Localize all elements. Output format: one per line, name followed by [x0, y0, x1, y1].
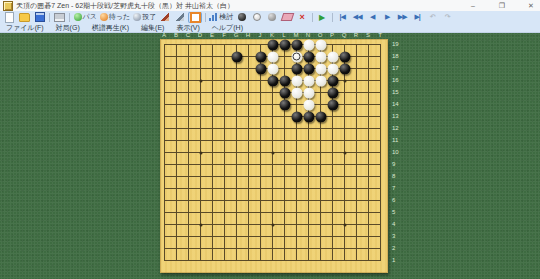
printer-icon [54, 13, 65, 22]
redo-arrow-icon: ↷ [445, 13, 450, 21]
black-stone-N13[interactable] [303, 111, 314, 122]
hoshi-point [271, 151, 274, 154]
gray-stone-icon [268, 13, 276, 21]
coord-number-19: 19 [392, 41, 399, 47]
white-stone-icon [253, 13, 261, 21]
gray-ball-icon [133, 13, 141, 21]
redo-arrow-button[interactable]: ↷ [440, 12, 454, 23]
coord-letter-G: G [234, 32, 239, 38]
white-stone-P17[interactable] [327, 63, 338, 74]
coord-letter-F: F [222, 32, 226, 38]
toolbar-separator [69, 13, 70, 22]
hoshi-point [343, 151, 346, 154]
stone-mode-button[interactable] [188, 12, 202, 23]
new-button[interactable] [3, 12, 17, 23]
hoshi-point [199, 79, 202, 82]
coord-number-16: 16 [392, 77, 399, 83]
grid-line [164, 200, 381, 201]
white-stone-tool[interactable] [250, 12, 264, 23]
coord-number-10: 10 [392, 149, 399, 155]
nav-prev-icon: ◀ [370, 13, 374, 21]
undo-arrow-icon: ↶ [430, 13, 435, 21]
pass-button-label: パス [83, 12, 97, 22]
hoshi-point [199, 151, 202, 154]
toolbar-separator [205, 13, 206, 22]
black-stone-P14[interactable] [327, 99, 338, 110]
coord-letter-D: D [198, 32, 202, 38]
black-stone-N18[interactable] [303, 51, 314, 62]
black-stone-M13[interactable] [291, 111, 302, 122]
takeback-button-label: 待った [109, 12, 130, 22]
coord-number-8: 8 [392, 173, 395, 179]
black-stone-N17[interactable] [303, 63, 314, 74]
coord-letter-O: O [318, 32, 323, 38]
grid-line [368, 44, 369, 261]
black-stone-L15[interactable] [279, 87, 290, 98]
white-stone-K18[interactable] [267, 51, 278, 62]
coord-number-14: 14 [392, 101, 399, 107]
grid-line [164, 176, 381, 177]
coord-letter-C: C [186, 32, 190, 38]
nav-first-icon: |◀ [339, 13, 344, 21]
toolbar-separator [332, 13, 333, 22]
takeback-button[interactable]: 待った [99, 12, 131, 23]
nav-first-button[interactable]: |◀ [335, 12, 349, 23]
black-stone-M19[interactable] [291, 39, 302, 50]
page-icon [5, 12, 14, 23]
menu-edit[interactable]: 編集(E) [135, 23, 170, 33]
coord-letter-H: H [246, 32, 250, 38]
coord-letter-M: M [294, 32, 299, 38]
hoshi-point [343, 79, 346, 82]
play-button[interactable]: ▶ [315, 12, 329, 23]
coord-number-9: 9 [392, 161, 395, 167]
coord-number-2: 2 [392, 245, 395, 251]
white-stone-M15[interactable] [291, 87, 302, 98]
save-button[interactable] [33, 12, 47, 23]
menu-help[interactable]: ヘルプ(H) [206, 23, 249, 33]
coord-letter-L: L [282, 32, 285, 38]
hoshi-point [343, 223, 346, 226]
coord-number-6: 6 [392, 197, 395, 203]
coord-number-13: 13 [392, 113, 399, 119]
menu-game[interactable]: 対局(G) [50, 23, 86, 33]
coord-letter-E: E [210, 32, 214, 38]
black-stone-Q18[interactable] [339, 51, 350, 62]
hoshi-point [271, 223, 274, 226]
pen-tool-button[interactable] [158, 12, 172, 23]
menu-file[interactable]: ファイル(F) [0, 23, 50, 33]
nav-next10-icon: ▶▶ [398, 13, 407, 21]
green-ball-icon [74, 13, 82, 21]
coord-number-1: 1 [392, 257, 395, 263]
app-icon [3, 1, 13, 11]
eraser-tool[interactable] [280, 12, 294, 23]
nav-prev10-button[interactable]: ◀◀ [350, 12, 364, 23]
white-stone-N14[interactable] [303, 99, 314, 110]
grid-line [356, 44, 357, 261]
board-square-icon [190, 12, 201, 23]
coord-letter-B: B [174, 32, 178, 38]
black-stone-P16[interactable] [327, 75, 338, 86]
white-stone-K17[interactable] [267, 63, 278, 74]
white-stone-O17[interactable] [315, 63, 326, 74]
coord-letter-S: S [366, 32, 370, 38]
coord-number-11: 11 [392, 137, 398, 143]
coord-letter-N: N [306, 32, 310, 38]
coord-letter-A: A [162, 32, 166, 38]
folder-icon [19, 13, 30, 22]
coord-letter-K: K [270, 32, 274, 38]
black-stone-P15[interactable] [327, 87, 338, 98]
pencil-icon [161, 13, 169, 21]
grid-line [164, 212, 381, 213]
black-stone-J18[interactable] [255, 51, 266, 62]
white-stone-M16[interactable] [291, 75, 302, 86]
nav-prev-button[interactable]: ◀ [365, 12, 379, 23]
coord-letter-T: T [378, 32, 382, 38]
grid-line [164, 164, 381, 165]
window-title: 天頂の囲碁7 Zen - 62期十段戦/芝野虎丸十段（黒）対 井山裕太（白） [16, 1, 234, 11]
menu-view[interactable]: 表示(V) [170, 23, 205, 33]
goban[interactable] [160, 39, 388, 273]
black-stone-K19[interactable] [267, 39, 278, 50]
black-stone-G18[interactable] [231, 51, 242, 62]
coord-letter-R: R [354, 32, 358, 38]
nav-next-button[interactable]: ▶ [380, 12, 394, 23]
maximize-icon[interactable]: ❐ [497, 0, 507, 11]
orange-ball-icon [100, 13, 108, 21]
black-stone-L19[interactable] [279, 39, 290, 50]
white-stone-N16[interactable] [303, 75, 314, 86]
pass-button[interactable]: パス [73, 12, 98, 23]
toolbar: パス待った投了検討×▶|◀◀◀◀▶▶▶▶|↶↷ [0, 11, 540, 23]
window-controls: – ❐ ✕ [468, 0, 536, 11]
black-stone-O13[interactable] [315, 111, 326, 122]
coord-number-17: 17 [392, 65, 399, 71]
black-stone-L16[interactable] [279, 75, 290, 86]
eraser-icon [280, 13, 294, 21]
black-stone-L14[interactable] [279, 99, 290, 110]
grid-line [164, 248, 381, 249]
delete-button[interactable]: × [295, 12, 309, 23]
nav-last-icon: ▶| [414, 13, 419, 21]
white-stone-O18[interactable] [315, 51, 326, 62]
nav-last-button[interactable]: ▶| [410, 12, 424, 23]
app-window: 天頂の囲碁7 Zen - 62期十段戦/芝野虎丸十段（黒）対 井山裕太（白） –… [0, 0, 540, 279]
white-stone-O19[interactable] [315, 39, 326, 50]
coord-number-12: 12 [392, 125, 399, 131]
delete-icon: × [300, 12, 305, 22]
analysis-button[interactable]: 検討 [208, 12, 234, 23]
last-move-marker [293, 53, 301, 61]
black-stone-tool[interactable] [235, 12, 249, 23]
grid-line [164, 236, 381, 237]
undo-arrow-button[interactable]: ↶ [425, 12, 439, 23]
black-stone-M17[interactable] [291, 63, 302, 74]
white-stone-O16[interactable] [315, 75, 326, 86]
resign-button[interactable]: 投了 [132, 12, 157, 23]
marker-icon [176, 13, 184, 21]
marker-tool-button[interactable] [173, 12, 187, 23]
play-field: ABCDEFGHJKLMNOPQRST191817161514131211109… [0, 33, 540, 279]
close-icon[interactable]: ✕ [526, 0, 536, 11]
toolbar-separator [49, 13, 50, 22]
black-stone-Q17[interactable] [339, 63, 350, 74]
coord-number-4: 4 [392, 221, 395, 227]
toolbar-separator [312, 13, 313, 22]
white-stone-N15[interactable] [303, 87, 314, 98]
nav-prev10-icon: ◀◀ [353, 13, 362, 21]
coord-letter-Q: Q [342, 32, 347, 38]
gray-stone-tool[interactable] [265, 12, 279, 23]
resign-button-label: 投了 [142, 12, 156, 22]
black-stone-icon [238, 13, 246, 21]
menu-replay[interactable]: 棋譜再生(K) [86, 23, 135, 33]
coord-number-5: 5 [392, 209, 395, 215]
white-stone-N19[interactable] [303, 39, 314, 50]
black-stone-K16[interactable] [267, 75, 278, 86]
black-stone-J17[interactable] [255, 63, 266, 74]
nav-next10-button[interactable]: ▶▶ [395, 12, 409, 23]
play-icon: ▶ [319, 13, 325, 22]
white-stone-P18[interactable] [327, 51, 338, 62]
grid-line [380, 44, 381, 261]
minimize-icon[interactable]: – [468, 0, 478, 11]
coord-letter-P: P [330, 32, 334, 38]
chart-icon [209, 13, 218, 21]
coord-number-7: 7 [392, 185, 395, 191]
coord-letter-J: J [259, 32, 262, 38]
coord-number-15: 15 [392, 89, 399, 95]
coord-number-18: 18 [392, 53, 399, 59]
coord-number-3: 3 [392, 233, 395, 239]
print-button[interactable] [53, 12, 67, 23]
nav-next-icon: ▶ [385, 13, 389, 21]
open-button[interactable] [18, 12, 32, 23]
hoshi-point [199, 223, 202, 226]
white-stone-M18[interactable] [291, 51, 302, 62]
grid-line [164, 188, 381, 189]
floppy-icon [35, 12, 45, 22]
grid-line [164, 260, 381, 261]
analysis-button-label: 検討 [219, 12, 233, 22]
